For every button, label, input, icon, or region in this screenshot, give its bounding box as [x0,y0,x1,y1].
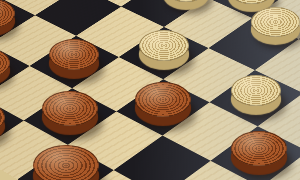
cream-piece-grooves [139,30,189,61]
brown-piece-grooves [42,91,98,126]
brown-piece-grooves [231,131,287,166]
checker-brown-man[interactable] [231,131,287,166]
checkers-photo-scene [0,0,300,180]
checker-cream-man[interactable] [251,7,300,37]
checker-cream-man[interactable] [231,75,281,106]
checker-brown-man[interactable] [42,91,98,126]
checker-brown-man[interactable] [135,82,191,117]
brown-piece-grooves [49,39,99,70]
cream-piece-grooves [231,75,281,106]
brown-piece-grooves [135,82,191,117]
cream-piece-grooves [251,7,300,37]
checker-brown-man[interactable] [49,39,99,70]
checker-cream-man[interactable] [139,30,189,61]
